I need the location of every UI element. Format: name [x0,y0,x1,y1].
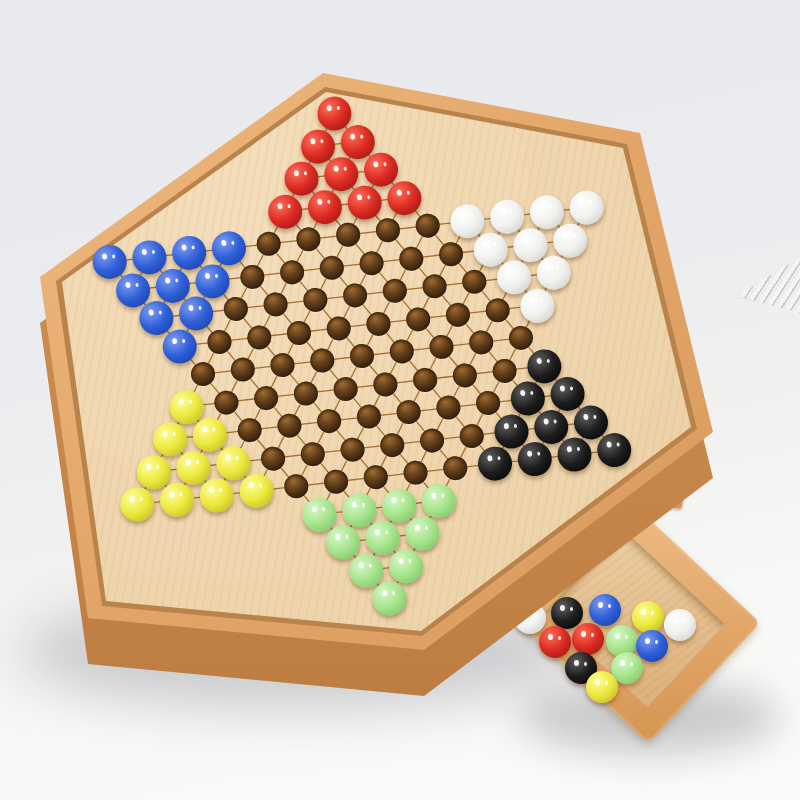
marble-highlight [645,638,650,644]
marble-highlight [620,660,625,666]
marble-white[interactable] [664,609,696,641]
marble-highlight [503,423,509,430]
marble-highlight [527,451,533,458]
marble-highlight [529,297,535,304]
marble-highlight [310,138,316,145]
marble-highlight [335,534,341,541]
marble-highlight [148,309,154,316]
marble-highlight [396,189,402,196]
marble-highlight [326,105,332,112]
marble-highlight [579,199,585,206]
marble-highlight [248,482,254,489]
marble-highlight [204,272,210,279]
marble-highlight [202,426,208,433]
marble-yellow[interactable] [586,671,618,703]
marble-highlight [520,390,526,397]
marble-highlight [581,631,586,637]
marble-highlight [358,562,364,569]
marble-red[interactable] [539,626,571,658]
marble-highlight [373,161,379,168]
marble-highlight [102,253,108,260]
marble-highlight [129,496,135,503]
marble-red[interactable] [572,623,604,655]
marble-highlight [574,660,579,666]
marble-highlight [539,204,545,211]
marble-highlight [188,305,194,312]
marble-highlight [641,609,646,615]
marble-highlight [333,166,339,173]
marble-highlight [499,208,505,215]
marble-highlight [543,418,549,425]
paper-stack [735,255,800,317]
marble-highlight [560,385,566,392]
marble-highlight [673,617,678,623]
marble-highlight [185,459,191,466]
marble-highlight [317,198,323,205]
marble-highlight [522,236,528,243]
marble-highlight [566,446,572,453]
marble-highlight [141,249,147,256]
marble-highlight [398,557,404,564]
marble-highlight [162,431,168,438]
marble-highlight [414,525,420,532]
star-grid [52,46,672,666]
marble-highlight [548,634,553,640]
marble-highlight [391,497,397,504]
marble-highlight [483,241,489,248]
marble-highlight [375,529,381,536]
marble-highlight [169,491,175,498]
marble-highlight [350,133,356,140]
marble-highlight [179,398,185,405]
marble-highlight [606,442,612,449]
marble-highlight [562,232,568,239]
marble-highlight [536,357,542,364]
marble-highlight [125,281,131,288]
marble-highlight [146,463,152,470]
marble-highlight [209,487,215,494]
marble-highlight [293,170,299,177]
marble-highlight [615,633,620,639]
marble-highlight [583,413,589,420]
marble-highlight [431,492,437,499]
marble-highlight [487,455,493,462]
marble-highlight [165,277,171,284]
marble-highlight [459,213,465,220]
marble-highlight [506,269,512,276]
marble-highlight [546,264,552,271]
marble-highlight [225,454,231,461]
marble-highlight [172,338,178,345]
marble-blue[interactable] [636,630,668,662]
marble-highlight [181,244,187,251]
marble-highlight [595,679,600,685]
marble-highlight [382,590,388,597]
marble-highlight [277,203,283,210]
marble-highlight [312,506,318,513]
marble-highlight [221,240,227,247]
marble-highlight [351,501,357,508]
marble-highlight [357,194,363,201]
